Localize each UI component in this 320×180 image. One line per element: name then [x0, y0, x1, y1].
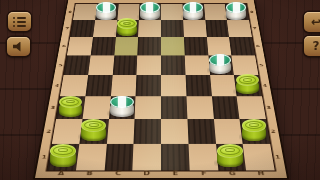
square-F4[interactable] — [185, 75, 211, 96]
square-C1[interactable] — [104, 144, 134, 171]
square-C5[interactable] — [112, 55, 137, 75]
square-B5[interactable] — [87, 55, 113, 75]
square-B6[interactable] — [90, 37, 115, 55]
piece-top — [50, 144, 76, 158]
square-E7[interactable] — [161, 20, 184, 37]
square-D6[interactable] — [137, 37, 161, 55]
square-F7[interactable] — [183, 20, 206, 37]
square-C2[interactable] — [106, 119, 134, 144]
square-H6[interactable] — [229, 37, 255, 55]
help-button[interactable]: ? — [304, 36, 320, 56]
speaker-icon — [13, 42, 24, 52]
square-H5[interactable] — [231, 55, 258, 75]
white-piece-B8[interactable] — [96, 2, 116, 20]
square-E5[interactable] — [161, 55, 185, 75]
piece-top — [81, 119, 106, 132]
square-D4[interactable] — [135, 75, 160, 96]
menu-button[interactable] — [8, 12, 31, 31]
white-stripe — [190, 2, 197, 13]
sound-button[interactable] — [7, 37, 30, 56]
file-label-G: G — [217, 170, 246, 178]
green-piece-C7[interactable] — [117, 18, 138, 36]
piece-top — [140, 2, 160, 13]
menu-list-icon — [13, 17, 26, 27]
square-D3[interactable] — [134, 96, 160, 119]
file-label-A: A — [46, 170, 76, 178]
white-piece-H8[interactable] — [226, 2, 246, 20]
square-G6[interactable] — [206, 37, 231, 55]
white-stripe — [233, 2, 240, 13]
green-piece-A3[interactable] — [59, 96, 83, 117]
square-F3[interactable] — [186, 96, 213, 119]
green-piece-B2[interactable] — [81, 119, 106, 141]
question-mark-icon: ? — [313, 40, 320, 52]
square-G3[interactable] — [211, 96, 239, 119]
square-A2[interactable] — [51, 119, 81, 144]
square-H1[interactable] — [242, 144, 274, 171]
square-B1[interactable] — [75, 144, 106, 171]
square-E4[interactable] — [161, 75, 186, 96]
square-G7[interactable] — [205, 20, 229, 37]
square-C6[interactable] — [113, 37, 137, 55]
green-piece-A1[interactable] — [50, 144, 76, 167]
square-E6[interactable] — [161, 37, 185, 55]
undo-arrow-icon: ↩ — [311, 16, 320, 28]
file-label-D: D — [132, 170, 161, 178]
white-piece-G5[interactable] — [209, 54, 231, 73]
square-H3[interactable] — [236, 96, 265, 119]
white-piece-D8[interactable] — [140, 2, 160, 20]
white-piece-F8[interactable] — [183, 2, 203, 20]
square-E2[interactable] — [161, 119, 188, 144]
square-E8[interactable] — [161, 4, 183, 20]
white-stripe — [146, 2, 153, 13]
square-F5[interactable] — [184, 55, 209, 75]
piece-top — [242, 119, 267, 132]
square-B3[interactable] — [82, 96, 110, 119]
piece-top — [96, 2, 116, 13]
square-E3[interactable] — [161, 96, 187, 119]
square-D5[interactable] — [136, 55, 160, 75]
ring — [243, 78, 252, 81]
piece-top — [110, 96, 134, 108]
white-stripe — [103, 2, 110, 13]
piece-top — [217, 144, 243, 158]
square-F6[interactable] — [183, 37, 207, 55]
square-H7[interactable] — [227, 20, 252, 37]
file-label-B: B — [74, 170, 103, 178]
file-label-E: E — [161, 170, 190, 178]
square-B4[interactable] — [85, 75, 112, 96]
checkers-game-screen: ABCDEFGH1122334455667788 ↩? — [0, 0, 320, 180]
green-piece-G1[interactable] — [217, 144, 243, 167]
white-stripe — [217, 54, 224, 66]
square-D7[interactable] — [138, 20, 161, 37]
ring — [89, 123, 99, 127]
square-D2[interactable] — [133, 119, 160, 144]
square-A4[interactable] — [59, 75, 87, 96]
piece-top — [183, 2, 203, 13]
undo-button[interactable]: ↩ — [304, 12, 320, 32]
square-A7[interactable] — [70, 20, 95, 37]
square-F2[interactable] — [187, 119, 215, 144]
green-piece-H2[interactable] — [242, 119, 267, 141]
piece-top — [226, 2, 246, 13]
square-A6[interactable] — [66, 37, 92, 55]
file-label-C: C — [103, 170, 132, 178]
green-piece-H4[interactable] — [236, 74, 259, 94]
square-A5[interactable] — [63, 55, 90, 75]
square-D1[interactable] — [132, 144, 160, 171]
ring — [123, 22, 131, 25]
white-stripe — [118, 96, 126, 108]
file-label-F: F — [189, 170, 218, 178]
ring — [249, 123, 259, 127]
square-E1[interactable] — [161, 144, 189, 171]
white-piece-C3[interactable] — [110, 96, 134, 117]
file-label-H: H — [246, 170, 276, 178]
square-A8[interactable] — [72, 4, 96, 20]
square-F1[interactable] — [188, 144, 218, 171]
square-B7[interactable] — [92, 20, 116, 37]
square-C4[interactable] — [110, 75, 136, 96]
